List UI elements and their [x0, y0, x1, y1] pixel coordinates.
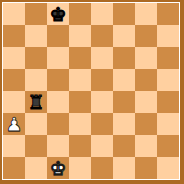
square-d7[interactable] — [69, 25, 91, 47]
square-h2[interactable] — [157, 135, 179, 157]
square-d8[interactable] — [69, 3, 91, 25]
square-g8[interactable] — [135, 3, 157, 25]
square-g2[interactable] — [135, 135, 157, 157]
square-b3[interactable] — [25, 113, 47, 135]
square-d2[interactable] — [69, 135, 91, 157]
square-h1[interactable] — [157, 157, 179, 179]
square-a2[interactable] — [3, 135, 25, 157]
square-e2[interactable] — [91, 135, 113, 157]
square-e6[interactable] — [91, 47, 113, 69]
square-a4[interactable] — [3, 91, 25, 113]
square-g5[interactable] — [135, 69, 157, 91]
square-a3[interactable]: ♟ — [3, 113, 25, 135]
square-h8[interactable] — [157, 3, 179, 25]
square-f2[interactable] — [113, 135, 135, 157]
square-a5[interactable] — [3, 69, 25, 91]
square-c5[interactable] — [47, 69, 69, 91]
square-c6[interactable] — [47, 47, 69, 69]
square-b8[interactable] — [25, 3, 47, 25]
square-b5[interactable] — [25, 69, 47, 91]
square-g3[interactable] — [135, 113, 157, 135]
square-g6[interactable] — [135, 47, 157, 69]
square-c3[interactable] — [47, 113, 69, 135]
square-e1[interactable] — [91, 157, 113, 179]
piece-white-king[interactable]: ♚ — [49, 157, 66, 179]
square-g7[interactable] — [135, 25, 157, 47]
square-d3[interactable] — [69, 113, 91, 135]
square-e7[interactable] — [91, 25, 113, 47]
square-c1[interactable]: ♚ — [47, 157, 69, 179]
square-f4[interactable] — [113, 91, 135, 113]
square-d4[interactable] — [69, 91, 91, 113]
square-f6[interactable] — [113, 47, 135, 69]
square-g1[interactable] — [135, 157, 157, 179]
square-c4[interactable] — [47, 91, 69, 113]
square-h4[interactable] — [157, 91, 179, 113]
square-g4[interactable] — [135, 91, 157, 113]
square-b4[interactable]: ♜ — [25, 91, 47, 113]
chess-board: ♚♜♟♚ — [3, 3, 179, 179]
piece-white-pawn[interactable]: ♟ — [5, 113, 22, 135]
square-a8[interactable] — [3, 3, 25, 25]
piece-black-king[interactable]: ♚ — [49, 3, 66, 25]
square-e5[interactable] — [91, 69, 113, 91]
piece-black-rook[interactable]: ♜ — [27, 91, 44, 113]
square-h5[interactable] — [157, 69, 179, 91]
square-h3[interactable] — [157, 113, 179, 135]
square-b1[interactable] — [25, 157, 47, 179]
square-e8[interactable] — [91, 3, 113, 25]
square-h6[interactable] — [157, 47, 179, 69]
square-c7[interactable] — [47, 25, 69, 47]
square-c2[interactable] — [47, 135, 69, 157]
square-e4[interactable] — [91, 91, 113, 113]
square-d5[interactable] — [69, 69, 91, 91]
square-b6[interactable] — [25, 47, 47, 69]
square-b2[interactable] — [25, 135, 47, 157]
square-c8[interactable]: ♚ — [47, 3, 69, 25]
square-f3[interactable] — [113, 113, 135, 135]
square-h7[interactable] — [157, 25, 179, 47]
square-d6[interactable] — [69, 47, 91, 69]
square-e3[interactable] — [91, 113, 113, 135]
square-f5[interactable] — [113, 69, 135, 91]
square-a1[interactable] — [3, 157, 25, 179]
square-f7[interactable] — [113, 25, 135, 47]
square-d1[interactable] — [69, 157, 91, 179]
square-f8[interactable] — [113, 3, 135, 25]
square-a7[interactable] — [3, 25, 25, 47]
square-a6[interactable] — [3, 47, 25, 69]
square-b7[interactable] — [25, 25, 47, 47]
square-f1[interactable] — [113, 157, 135, 179]
chess-board-border: ♚♜♟♚ — [0, 0, 184, 184]
